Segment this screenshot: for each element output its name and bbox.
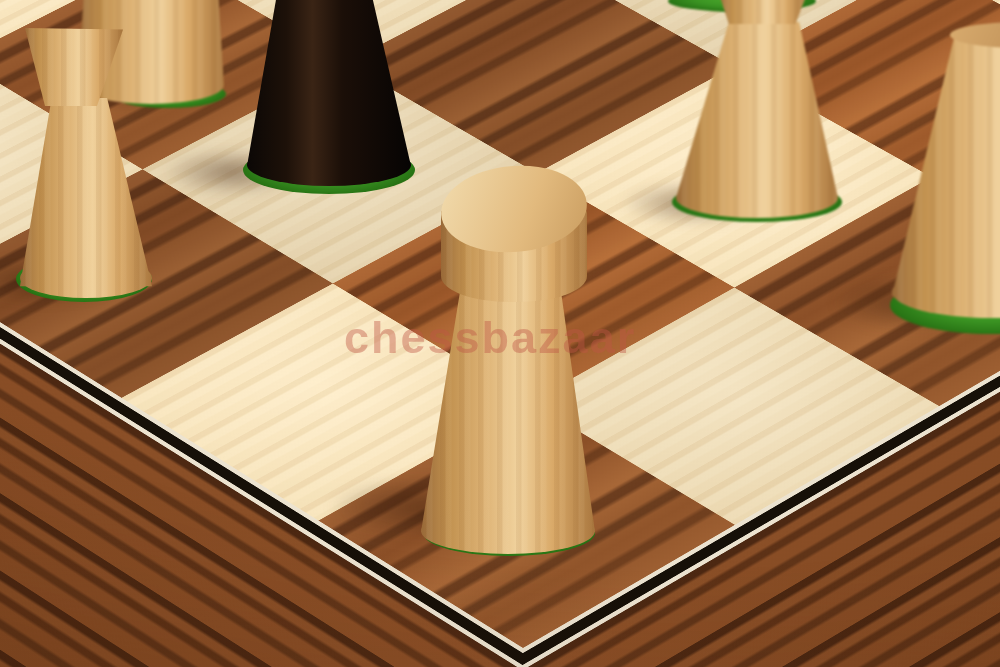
cone-body — [421, 292, 595, 532]
chessboard-photo: chessbazaar — [0, 0, 1000, 667]
cone-body — [892, 32, 1000, 296]
piece-light-cone-right-edge[interactable] — [890, 22, 1000, 340]
piece-black-cone[interactable] — [243, 0, 415, 198]
piece-light-hourglass-front-left[interactable] — [14, 6, 156, 306]
hourglass-flare — [718, 0, 808, 24]
cone-base — [20, 258, 152, 298]
piece-light-hourglass-right[interactable] — [672, 0, 842, 222]
cone-body — [247, 0, 411, 166]
cone-base — [247, 144, 411, 186]
cone-base — [421, 508, 595, 554]
cone-body — [676, 22, 838, 198]
piece-light-cylinder-top-center[interactable] — [413, 164, 603, 562]
cone-base — [676, 178, 838, 218]
